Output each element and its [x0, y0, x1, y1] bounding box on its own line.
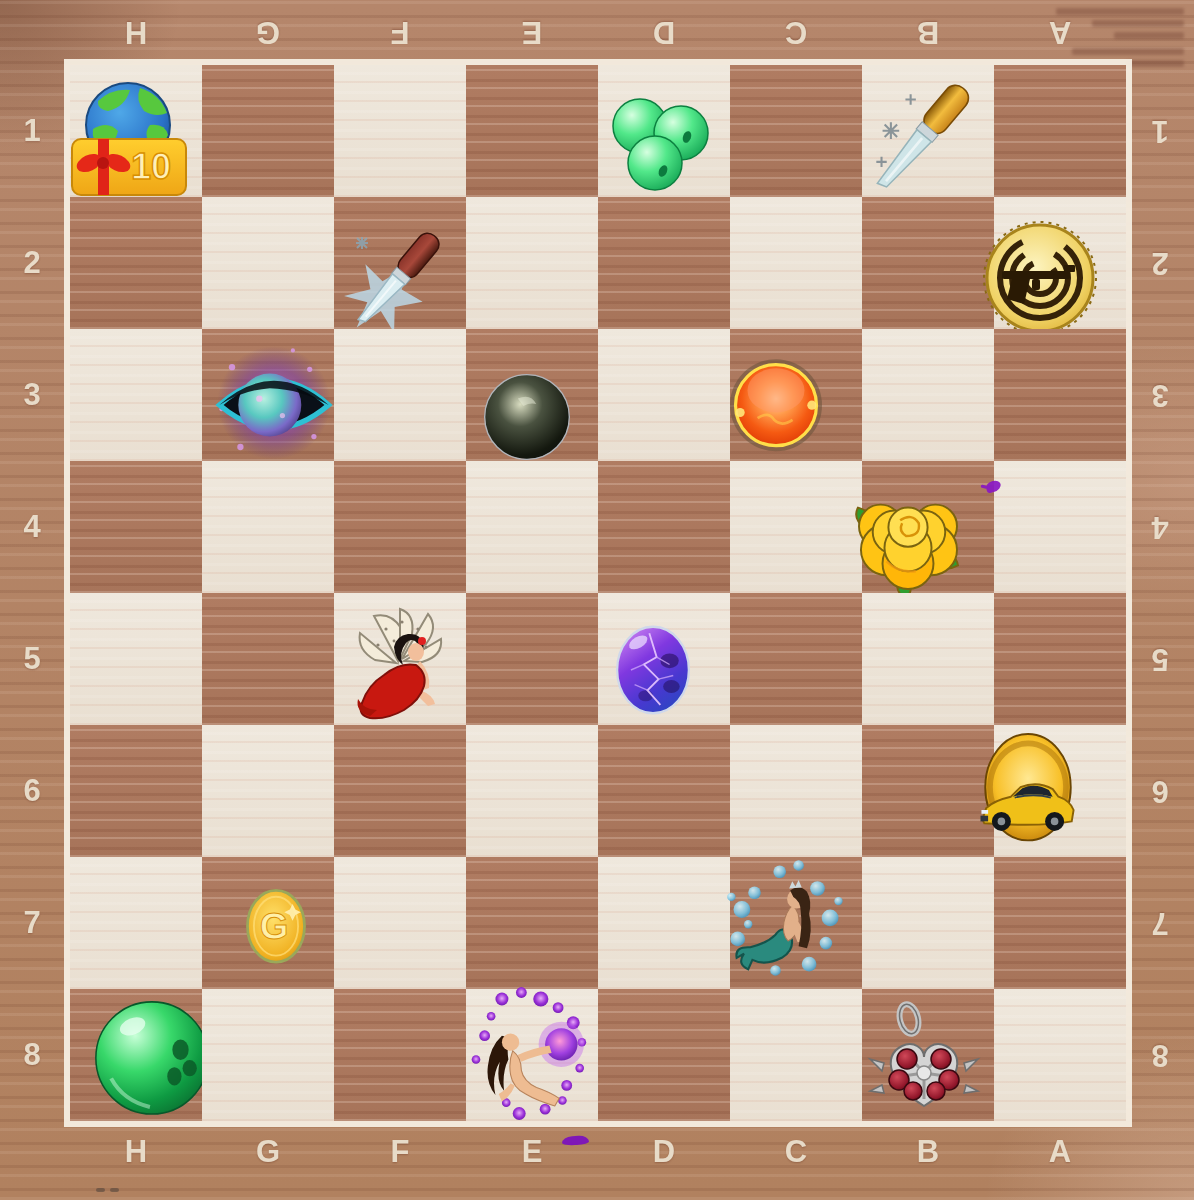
galaxy-eye-icon	[205, 336, 344, 475]
svg-text:G: G	[260, 906, 289, 947]
square-A3[interactable]	[994, 329, 1126, 461]
coord-label-A: A	[994, 1121, 1126, 1183]
square-G6[interactable]	[202, 725, 334, 857]
square-G7[interactable]: G	[202, 857, 334, 989]
square-A8[interactable]	[994, 989, 1126, 1121]
square-A6[interactable]	[994, 725, 1126, 857]
piece-gold-handle-chisel[interactable]	[851, 70, 988, 207]
file-labels-bottom: HGFEDCBA	[70, 1121, 1126, 1183]
square-C8[interactable]	[730, 989, 862, 1121]
square-H6[interactable]	[70, 725, 202, 857]
square-E1[interactable]	[466, 65, 598, 197]
square-E4[interactable]	[466, 461, 598, 593]
square-F2[interactable]	[334, 197, 466, 329]
coord-label-G: G	[202, 1121, 334, 1183]
coord-label-C: C	[730, 1121, 862, 1183]
coord-label-F: F	[334, 0, 466, 64]
square-G5[interactable]	[202, 593, 334, 725]
purple-magic-fairy-icon	[459, 982, 602, 1125]
square-F8[interactable]	[334, 989, 466, 1121]
coord-label-7: 7	[0, 857, 64, 989]
square-B1[interactable]	[862, 65, 994, 197]
piece-yellow-rose[interactable]	[843, 471, 972, 600]
piece-red-dress-fairy[interactable]	[334, 599, 466, 731]
square-G2[interactable]	[202, 197, 334, 329]
gold-target-gun-medal-icon	[976, 214, 1108, 346]
fire-orb-icon	[715, 346, 836, 467]
square-C1[interactable]	[730, 65, 862, 197]
black-pearl-icon	[466, 356, 587, 477]
square-C5[interactable]	[730, 593, 862, 725]
square-A1[interactable]	[994, 65, 1126, 197]
piece-garnet-heart-pendant[interactable]	[854, 989, 986, 1121]
coord-label-8: 8	[0, 989, 64, 1121]
square-H4[interactable]	[70, 461, 202, 593]
piece-black-pearl[interactable]	[466, 356, 587, 477]
piece-triple-green-balls[interactable]	[591, 81, 723, 213]
square-A2[interactable]	[994, 197, 1126, 329]
coord-label-D: D	[598, 0, 730, 64]
coord-label-B: B	[862, 1121, 994, 1183]
square-G8[interactable]	[202, 989, 334, 1121]
square-G3[interactable]	[202, 329, 334, 461]
square-A4[interactable]	[994, 461, 1126, 593]
golden-car-egg-icon	[965, 728, 1090, 853]
square-A7[interactable]	[994, 857, 1126, 989]
coord-label-8: 8	[1126, 989, 1194, 1121]
piece-gold-target-gun-medal[interactable]	[976, 214, 1108, 346]
square-F1[interactable]	[334, 65, 466, 197]
square-C6[interactable]	[730, 725, 862, 857]
square-H2[interactable]	[70, 197, 202, 329]
purple-smudge-bottom-edge	[562, 1135, 589, 1145]
piece-gold-coin-g[interactable]: G	[215, 867, 336, 988]
square-D3[interactable]	[598, 329, 730, 461]
square-G4[interactable]	[202, 461, 334, 593]
svg-text:10: 10	[131, 146, 171, 187]
coord-label-6: 6	[1126, 725, 1194, 857]
red-dress-fairy-icon	[334, 599, 466, 731]
square-E3[interactable]	[466, 329, 598, 461]
coord-label-F: F	[334, 1121, 466, 1183]
square-D6[interactable]	[598, 725, 730, 857]
coord-label-5: 5	[0, 593, 64, 725]
piece-purple-lightning-orb[interactable]	[592, 609, 713, 730]
square-F3[interactable]	[334, 329, 466, 461]
square-H7[interactable]	[70, 857, 202, 989]
coord-label-H: H	[70, 0, 202, 64]
square-F7[interactable]	[334, 857, 466, 989]
rank-labels-left: 12345678	[0, 65, 64, 1121]
garnet-heart-pendant-icon	[854, 989, 986, 1121]
piece-fire-orb[interactable]	[715, 346, 836, 467]
coord-label-G: G	[202, 0, 334, 64]
square-D1[interactable]	[598, 65, 730, 197]
square-C7[interactable]	[730, 857, 862, 989]
wooden-chessboard-scene: HGFEDCBA HGFEDCBA 12345678 12345678 10	[0, 0, 1194, 1200]
coord-label-2: 2	[0, 197, 64, 329]
coord-label-7: 7	[1126, 857, 1194, 989]
square-E8[interactable]	[466, 989, 598, 1121]
square-F5[interactable]	[334, 593, 466, 725]
square-D8[interactable]	[598, 989, 730, 1121]
square-B2[interactable]	[862, 197, 994, 329]
coord-label-1: 1	[0, 65, 64, 197]
mermaid-icon	[717, 851, 856, 990]
square-E7[interactable]	[466, 857, 598, 989]
square-E6[interactable]	[466, 725, 598, 857]
triple-green-balls-icon	[591, 81, 723, 213]
coord-label-D: D	[598, 1121, 730, 1183]
coord-label-1: 1	[1126, 65, 1194, 197]
coord-label-H: H	[70, 1121, 202, 1183]
square-E5[interactable]	[466, 593, 598, 725]
square-B5[interactable]	[862, 593, 994, 725]
file-labels-top: HGFEDCBA	[70, 0, 1126, 64]
gold-coin-g-icon: G	[215, 867, 336, 988]
square-H3[interactable]	[70, 329, 202, 461]
purple-lightning-orb-icon	[592, 609, 713, 730]
coord-label-E: E	[466, 0, 598, 64]
square-F6[interactable]	[334, 725, 466, 857]
square-F4[interactable]	[334, 461, 466, 593]
coord-label-4: 4	[1126, 461, 1194, 593]
square-H5[interactable]	[70, 593, 202, 725]
square-D5[interactable]	[598, 593, 730, 725]
piece-mermaid[interactable]	[717, 851, 856, 990]
piece-purple-magic-fairy[interactable]	[459, 982, 602, 1125]
ink-dots-bottom-left	[96, 1188, 119, 1192]
square-G1[interactable]	[202, 65, 334, 197]
coord-label-C: C	[730, 0, 862, 64]
coord-label-B: B	[862, 0, 994, 64]
square-A5[interactable]	[994, 593, 1126, 725]
square-B4[interactable]	[862, 461, 994, 593]
square-E2[interactable]	[466, 197, 598, 329]
rank-labels-right: 12345678	[1126, 65, 1194, 1121]
square-B7[interactable]	[862, 857, 994, 989]
gold-handle-chisel-icon	[851, 70, 988, 207]
coord-label-4: 4	[0, 461, 64, 593]
square-H1[interactable]: 10	[70, 65, 202, 197]
earth-globe-gift-card-icon: 10	[64, 73, 196, 205]
square-B3[interactable]	[862, 329, 994, 461]
piece-golden-car-egg[interactable]	[965, 728, 1090, 853]
coord-label-3: 3	[0, 329, 64, 461]
coord-label-3: 3	[1126, 329, 1194, 461]
square-D2[interactable]	[598, 197, 730, 329]
piece-earth-globe-gift-card[interactable]: 10	[64, 73, 196, 205]
square-D7[interactable]	[598, 857, 730, 989]
piece-galaxy-eye[interactable]	[205, 336, 344, 475]
square-D4[interactable]	[598, 461, 730, 593]
square-H8[interactable]	[70, 989, 202, 1121]
coord-label-2: 2	[1126, 197, 1194, 329]
yellow-rose-icon	[843, 471, 972, 600]
coord-label-6: 6	[0, 725, 64, 857]
square-C3[interactable]	[730, 329, 862, 461]
square-B8[interactable]	[862, 989, 994, 1121]
coord-label-5: 5	[1126, 593, 1194, 725]
square-C2[interactable]	[730, 197, 862, 329]
square-C4[interactable]	[730, 461, 862, 593]
board-grid: 10	[64, 59, 1132, 1127]
coord-label-E: E	[466, 1121, 598, 1183]
